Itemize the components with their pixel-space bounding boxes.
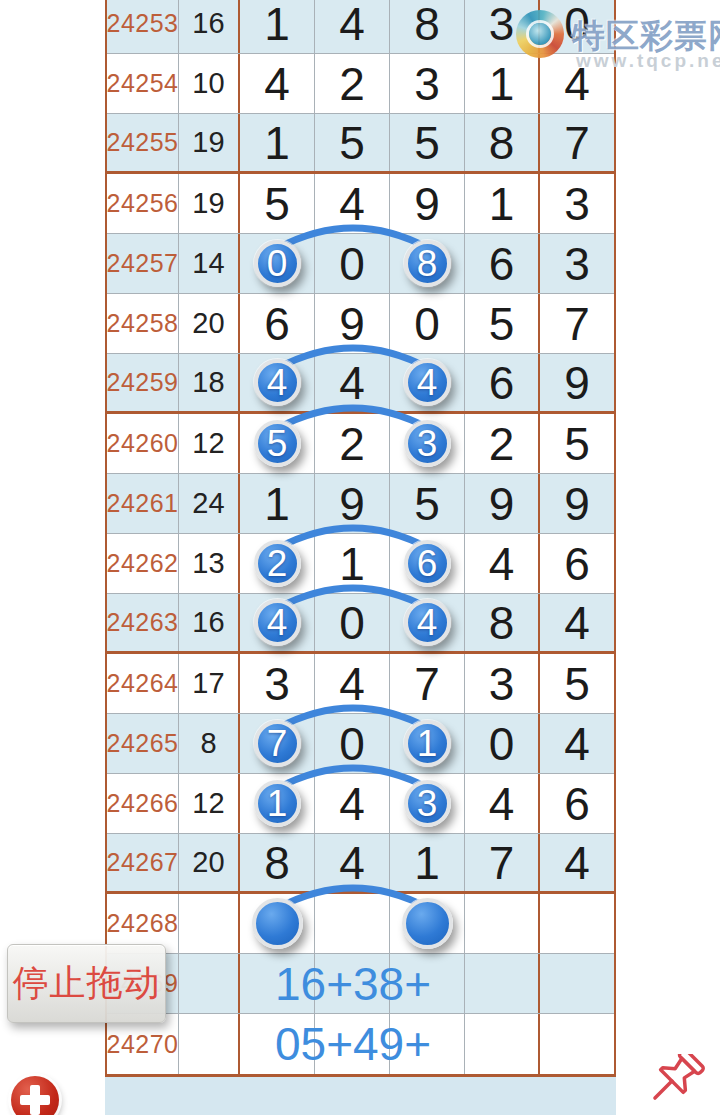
digit-cell[interactable]: 5 bbox=[540, 414, 614, 473]
digit-cell[interactable]: 4 bbox=[315, 654, 390, 713]
digit-cell[interactable]: 4 bbox=[315, 354, 390, 411]
digit-cell[interactable]: 1 bbox=[465, 54, 540, 113]
sum-cell: 12 bbox=[179, 414, 240, 473]
digit-cell[interactable]: 5 bbox=[465, 294, 540, 353]
digit-cell[interactable]: 6 bbox=[540, 534, 614, 593]
digit-cell[interactable]: 0 bbox=[315, 234, 390, 293]
period-cell: 24255 bbox=[107, 114, 179, 171]
period-cell: 24256 bbox=[107, 174, 179, 233]
period-cell: 24263 bbox=[107, 594, 179, 651]
sum-cell: 8 bbox=[179, 714, 240, 773]
sum-cell: 16 bbox=[179, 594, 240, 651]
circled-digit-marker[interactable]: 1 bbox=[254, 780, 301, 827]
circled-digit-marker[interactable]: 2 bbox=[254, 540, 301, 587]
digit-cell[interactable]: 9 bbox=[390, 174, 465, 233]
digit-cell[interactable]: 3 bbox=[390, 414, 465, 473]
sum-cell: 13 bbox=[179, 534, 240, 593]
digit-cell[interactable]: 5 bbox=[540, 654, 614, 713]
digit-cell[interactable]: 6 bbox=[465, 234, 540, 293]
add-button[interactable] bbox=[11, 1076, 59, 1115]
digit-cell[interactable]: 1 bbox=[465, 174, 540, 233]
digit-cell[interactable]: 6 bbox=[390, 534, 465, 593]
digit-cell[interactable]: 3 bbox=[465, 0, 540, 53]
digit-cell[interactable]: 4 bbox=[240, 354, 315, 411]
digit-cell[interactable]: 1 bbox=[315, 534, 390, 593]
chart-row-24268: 24268 bbox=[107, 894, 614, 954]
digit-cell[interactable]: 7 bbox=[540, 114, 614, 171]
digit-cell[interactable]: 4 bbox=[390, 354, 465, 411]
chart-row-24254: 242541042314 bbox=[107, 54, 614, 114]
chart-row-24267: 242672084174 bbox=[107, 834, 614, 894]
chart-row-24263: 242631640484 bbox=[107, 594, 614, 654]
digit-cell[interactable]: 7 bbox=[540, 294, 614, 353]
chart-row-24266: 242661214346 bbox=[107, 774, 614, 834]
special-sum-text: 16+38+ bbox=[240, 954, 466, 1014]
circled-digit-marker[interactable]: 1 bbox=[404, 720, 451, 767]
digit-cell[interactable]: 4 bbox=[240, 54, 315, 113]
digit-cell[interactable]: 4 bbox=[540, 714, 614, 773]
digit-cell[interactable]: 5 bbox=[390, 114, 465, 171]
digit-cell[interactable]: 9 bbox=[540, 354, 614, 411]
digit-cell[interactable]: 2 bbox=[465, 414, 540, 473]
sum-cell bbox=[179, 894, 240, 953]
period-cell: 24262 bbox=[107, 534, 179, 593]
chart-row-24253: 242531614830 bbox=[107, 0, 614, 54]
digit-cell[interactable] bbox=[540, 954, 614, 1013]
digit-cell[interactable]: 6 bbox=[540, 774, 614, 833]
period-cell: 24253 bbox=[107, 0, 179, 53]
sum-cell: 17 bbox=[179, 654, 240, 713]
digit-cell[interactable]: 4 bbox=[315, 0, 390, 53]
digit-cell[interactable]: 6 bbox=[465, 354, 540, 411]
digit-cell[interactable]: 2 bbox=[315, 414, 390, 473]
sum-cell: 20 bbox=[179, 294, 240, 353]
period-cell: 24258 bbox=[107, 294, 179, 353]
pushpin-icon[interactable] bbox=[638, 1054, 720, 1115]
digit-cell[interactable]: 8 bbox=[465, 594, 540, 651]
sum-cell bbox=[179, 1014, 240, 1074]
solid-drag-marker[interactable] bbox=[402, 898, 453, 949]
sum-cell: 10 bbox=[179, 54, 240, 113]
digit-cell[interactable]: 4 bbox=[315, 834, 390, 891]
period-cell: 24260 bbox=[107, 414, 179, 473]
period-cell: 24265 bbox=[107, 714, 179, 773]
digit-cell[interactable] bbox=[465, 894, 540, 953]
digit-cell[interactable]: 3 bbox=[240, 654, 315, 713]
period-cell: 24257 bbox=[107, 234, 179, 293]
circled-digit-marker[interactable]: 8 bbox=[404, 240, 451, 287]
digit-cell[interactable]: 8 bbox=[390, 234, 465, 293]
digit-cell[interactable]: 4 bbox=[540, 834, 614, 891]
digit-cell[interactable]: 2 bbox=[240, 534, 315, 593]
period-cell: 24270 bbox=[107, 1014, 179, 1074]
chart-row-24255: 242551915587 bbox=[107, 114, 614, 174]
digit-cell[interactable]: 4 bbox=[540, 54, 614, 113]
digit-cell[interactable] bbox=[315, 894, 390, 953]
circled-digit-marker[interactable]: 4 bbox=[404, 599, 451, 646]
digit-cell[interactable]: 0 bbox=[465, 714, 540, 773]
digit-cell[interactable]: 1 bbox=[240, 474, 315, 533]
digit-cell[interactable]: 4 bbox=[315, 174, 390, 233]
sum-cell: 24 bbox=[179, 474, 240, 533]
digit-cell[interactable]: 1 bbox=[240, 114, 315, 171]
digit-cell[interactable]: 3 bbox=[390, 54, 465, 113]
sum-cell: 20 bbox=[179, 834, 240, 891]
digit-cell[interactable]: 5 bbox=[390, 474, 465, 533]
lottery-trend-screen: 2425316148302425410423142425519155872425… bbox=[0, 0, 720, 1115]
digit-cell[interactable]: 1 bbox=[390, 834, 465, 891]
digit-cell[interactable]: 9 bbox=[315, 294, 390, 353]
period-cell: 24266 bbox=[107, 774, 179, 833]
circled-digit-marker[interactable]: 3 bbox=[404, 780, 451, 827]
sum-cell: 19 bbox=[179, 114, 240, 171]
circled-digit-marker[interactable]: 5 bbox=[254, 420, 301, 467]
chart-row-24261: 242612419599 bbox=[107, 474, 614, 534]
digit-cell[interactable]: 0 bbox=[315, 594, 390, 651]
circled-digit-marker[interactable]: 6 bbox=[404, 540, 451, 587]
trend-chart-board: 2425316148302425410423142425519155872425… bbox=[105, 0, 616, 1077]
digit-cell[interactable]: 4 bbox=[465, 774, 540, 833]
circled-digit-marker[interactable]: 4 bbox=[404, 359, 451, 406]
digit-cell[interactable]: 5 bbox=[315, 114, 390, 171]
digit-cell[interactable]: 4 bbox=[390, 594, 465, 651]
digit-cell[interactable]: 4 bbox=[540, 594, 614, 651]
digit-cell[interactable]: 4 bbox=[315, 774, 390, 833]
table-footer-strip bbox=[105, 1077, 616, 1115]
digit-cell[interactable]: 0 bbox=[315, 714, 390, 773]
digit-cell[interactable]: 0 bbox=[540, 0, 614, 53]
digit-cell[interactable] bbox=[390, 894, 465, 953]
digit-cell[interactable] bbox=[540, 1014, 614, 1074]
digit-cell[interactable]: 1 bbox=[390, 714, 465, 773]
chart-row-24260: 242601252325 bbox=[107, 414, 614, 474]
digit-cell[interactable]: 3 bbox=[390, 774, 465, 833]
chart-row-24265: 24265870104 bbox=[107, 714, 614, 774]
digit-cell[interactable] bbox=[240, 894, 315, 953]
stop-drag-button[interactable]: 停止拖动 bbox=[7, 944, 166, 1023]
chart-row-24264: 242641734735 bbox=[107, 654, 614, 714]
digit-cell[interactable]: 7 bbox=[390, 654, 465, 713]
digit-cell[interactable]: 9 bbox=[315, 474, 390, 533]
circled-digit-marker[interactable]: 4 bbox=[254, 359, 301, 406]
digit-cell[interactable] bbox=[540, 894, 614, 953]
digit-cell[interactable]: 1 bbox=[240, 774, 315, 833]
chart-row-24257: 242571400863 bbox=[107, 234, 614, 294]
digit-cell[interactable]: 5 bbox=[240, 174, 315, 233]
chart-row-24262: 242621321646 bbox=[107, 534, 614, 594]
digit-cell[interactable]: 7 bbox=[240, 714, 315, 773]
special-sum-text: 05+49+ bbox=[240, 1014, 466, 1074]
digit-cell[interactable]: 2 bbox=[315, 54, 390, 113]
digit-cell[interactable] bbox=[465, 954, 540, 1013]
digit-cell[interactable]: 3 bbox=[465, 654, 540, 713]
circled-digit-marker[interactable]: 3 bbox=[404, 420, 451, 467]
digit-cell[interactable]: 8 bbox=[390, 0, 465, 53]
digit-cell[interactable]: 7 bbox=[465, 834, 540, 891]
digit-cell[interactable]: 4 bbox=[240, 594, 315, 651]
digit-cell[interactable]: 0 bbox=[390, 294, 465, 353]
solid-drag-marker[interactable] bbox=[252, 898, 303, 949]
digit-cell[interactable]: 3 bbox=[540, 174, 614, 233]
circled-digit-marker[interactable]: 4 bbox=[254, 599, 301, 646]
digit-cell[interactable]: 8 bbox=[240, 834, 315, 891]
chart-row-24259: 242591844469 bbox=[107, 354, 614, 414]
sum-cell: 16 bbox=[179, 0, 240, 53]
sum-cell: 12 bbox=[179, 774, 240, 833]
digit-cell[interactable]: 9 bbox=[465, 474, 540, 533]
digit-cell[interactable] bbox=[465, 1014, 540, 1074]
sum-cell: 18 bbox=[179, 354, 240, 411]
digit-cell[interactable]: 0 bbox=[240, 234, 315, 293]
sum-cell bbox=[179, 954, 240, 1013]
digit-cell[interactable]: 1 bbox=[240, 0, 315, 53]
chart-row-24258: 242582069057 bbox=[107, 294, 614, 354]
digit-cell[interactable]: 8 bbox=[465, 114, 540, 171]
digit-cell[interactable]: 3 bbox=[540, 234, 614, 293]
sum-cell: 14 bbox=[179, 234, 240, 293]
circled-digit-marker[interactable]: 7 bbox=[254, 720, 301, 767]
period-cell: 24261 bbox=[107, 474, 179, 533]
period-cell: 24267 bbox=[107, 834, 179, 891]
period-cell: 24259 bbox=[107, 354, 179, 411]
digit-cell[interactable]: 4 bbox=[465, 534, 540, 593]
digit-cell[interactable]: 5 bbox=[240, 414, 315, 473]
digit-cell[interactable]: 6 bbox=[240, 294, 315, 353]
circled-digit-marker[interactable]: 0 bbox=[254, 240, 301, 287]
period-cell: 24254 bbox=[107, 54, 179, 113]
digit-cell[interactable]: 9 bbox=[540, 474, 614, 533]
period-cell: 24264 bbox=[107, 654, 179, 713]
chart-row-24256: 242561954913 bbox=[107, 174, 614, 234]
sum-cell: 19 bbox=[179, 174, 240, 233]
